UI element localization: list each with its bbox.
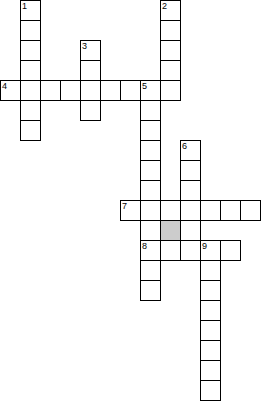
clue-number-9: 9	[202, 241, 207, 251]
cell-r7c7[interactable]	[140, 140, 161, 161]
clue-number-8: 8	[142, 241, 147, 251]
cell-r6c1[interactable]	[20, 120, 41, 141]
cell-r12c8[interactable]	[160, 240, 181, 261]
cell-r10c6[interactable]: 7	[120, 200, 141, 221]
cell-r4c4[interactable]	[80, 80, 101, 101]
cell-r4c2[interactable]	[40, 80, 61, 101]
cell-r2c8[interactable]	[160, 40, 181, 61]
cell-r5c1[interactable]	[20, 100, 41, 121]
cell-r8c9[interactable]	[180, 160, 201, 181]
cell-r2c4[interactable]: 3	[80, 40, 101, 61]
cell-r14c10[interactable]	[200, 280, 221, 301]
cell-r10c11[interactable]	[220, 200, 241, 221]
cell-r7c9[interactable]: 6	[180, 140, 201, 161]
cell-r17c10[interactable]	[200, 340, 221, 361]
cell-r10c8[interactable]	[160, 200, 181, 221]
clue-number-5: 5	[142, 81, 147, 91]
cell-r3c4[interactable]	[80, 60, 101, 81]
crossword-board: 123456789	[0, 0, 261, 401]
cell-r11c9[interactable]	[180, 220, 201, 241]
cell-r9c9[interactable]	[180, 180, 201, 201]
cell-r19c10[interactable]	[200, 380, 221, 401]
cell-r3c1[interactable]	[20, 60, 41, 81]
cell-r12c7[interactable]: 8	[140, 240, 161, 261]
cell-r2c1[interactable]	[20, 40, 41, 61]
cell-r12c11[interactable]	[220, 240, 241, 261]
cell-r4c7[interactable]: 5	[140, 80, 161, 101]
clue-number-1: 1	[22, 1, 27, 11]
clue-number-3: 3	[82, 41, 87, 51]
cell-r15c10[interactable]	[200, 300, 221, 321]
cell-r4c5[interactable]	[100, 80, 121, 101]
cell-r13c7[interactable]	[140, 260, 161, 281]
cell-r10c9[interactable]	[180, 200, 201, 221]
cell-r4c0[interactable]: 4	[0, 80, 21, 101]
cell-r5c7[interactable]	[140, 100, 161, 121]
cell-r6c7[interactable]	[140, 120, 161, 141]
cell-r16c10[interactable]	[200, 320, 221, 341]
clue-number-2: 2	[162, 1, 167, 11]
cell-r4c3[interactable]	[60, 80, 81, 101]
cell-r0c1[interactable]: 1	[20, 0, 41, 21]
cell-r13c10[interactable]	[200, 260, 221, 281]
cell-r8c7[interactable]	[140, 160, 161, 181]
cell-r3c8[interactable]	[160, 60, 181, 81]
cell-r9c7[interactable]	[140, 180, 161, 201]
clue-number-6: 6	[182, 141, 187, 151]
cell-r12c9[interactable]	[180, 240, 201, 261]
cell-r1c8[interactable]	[160, 20, 181, 41]
cell-r4c1[interactable]	[20, 80, 41, 101]
shaded-cell-r11c8[interactable]	[160, 220, 181, 241]
cell-r4c6[interactable]	[120, 80, 141, 101]
clue-number-4: 4	[2, 81, 7, 91]
cell-r14c7[interactable]	[140, 280, 161, 301]
cell-r10c7[interactable]	[140, 200, 161, 221]
cell-r5c4[interactable]	[80, 100, 101, 121]
cell-r12c10[interactable]: 9	[200, 240, 221, 261]
cell-r10c10[interactable]	[200, 200, 221, 221]
cell-r11c7[interactable]	[140, 220, 161, 241]
cell-r4c8[interactable]	[160, 80, 181, 101]
cell-r0c8[interactable]: 2	[160, 0, 181, 21]
cell-r10c12[interactable]	[240, 200, 261, 221]
cell-r18c10[interactable]	[200, 360, 221, 381]
clue-number-7: 7	[122, 201, 127, 211]
cell-r1c1[interactable]	[20, 20, 41, 41]
